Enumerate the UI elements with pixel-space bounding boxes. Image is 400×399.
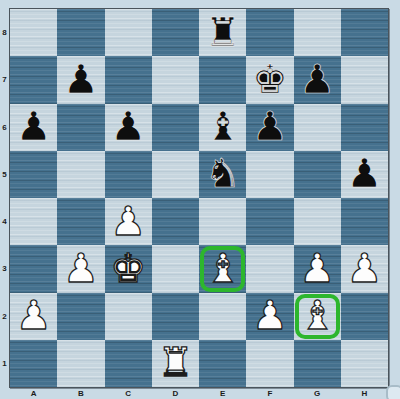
white-bishop[interactable]: ♝: [299, 295, 335, 335]
square-h8[interactable]: [341, 9, 388, 56]
square-a8[interactable]: [10, 9, 57, 56]
file-labels: ABCDEFGH: [10, 387, 388, 399]
white-pawn[interactable]: ♟: [252, 295, 288, 335]
square-b2[interactable]: [57, 293, 104, 340]
white-pawn[interactable]: ♟: [63, 248, 99, 288]
rank-label-2: 2: [0, 293, 9, 340]
square-g2[interactable]: ♝: [294, 293, 341, 340]
square-e8[interactable]: ♜: [199, 9, 246, 56]
white-pawn[interactable]: ♟: [346, 248, 382, 288]
square-g8[interactable]: [294, 9, 341, 56]
square-c8[interactable]: [105, 9, 152, 56]
rank-label-8: 8: [0, 9, 9, 56]
white-pawn[interactable]: ♟: [299, 248, 335, 288]
white-bishop[interactable]: ♝: [205, 248, 241, 288]
square-c5[interactable]: [105, 151, 152, 198]
square-f2[interactable]: ♟: [246, 293, 293, 340]
square-d5[interactable]: [152, 151, 199, 198]
square-d3[interactable]: [152, 245, 199, 292]
rank-label-1: 1: [0, 340, 9, 387]
square-h7[interactable]: [341, 56, 388, 103]
square-a2[interactable]: ♟: [10, 293, 57, 340]
square-f7[interactable]: ♚: [246, 56, 293, 103]
file-label-f: F: [246, 387, 293, 399]
square-c3[interactable]: ♚: [105, 245, 152, 292]
square-d6[interactable]: [152, 104, 199, 151]
square-f5[interactable]: [246, 151, 293, 198]
square-e6[interactable]: ♝: [199, 104, 246, 151]
black-pawn[interactable]: ♟: [252, 106, 288, 146]
square-h3[interactable]: ♟: [341, 245, 388, 292]
rank-labels: 87654321: [0, 9, 9, 387]
rank-label-6: 6: [0, 104, 9, 151]
square-b5[interactable]: [57, 151, 104, 198]
black-pawn[interactable]: ♟: [299, 59, 335, 99]
square-h1[interactable]: [341, 340, 388, 387]
file-label-e: E: [199, 387, 246, 399]
chess-board: ♜♟♚♟♟♟♝♟♞♟♟♟♚♝♟♟♟♟♝♜: [9, 8, 389, 388]
resize-grip[interactable]: [386, 385, 400, 399]
square-a3[interactable]: [10, 245, 57, 292]
square-e2[interactable]: [199, 293, 246, 340]
white-pawn[interactable]: ♟: [16, 295, 52, 335]
square-a4[interactable]: [10, 198, 57, 245]
square-e5[interactable]: ♞: [199, 151, 246, 198]
file-label-g: G: [294, 387, 341, 399]
square-g1[interactable]: [294, 340, 341, 387]
black-knight[interactable]: ♞: [205, 153, 241, 193]
square-a7[interactable]: [10, 56, 57, 103]
file-label-a: A: [10, 387, 57, 399]
square-d4[interactable]: [152, 198, 199, 245]
black-bishop[interactable]: ♝: [205, 106, 241, 146]
square-g6[interactable]: [294, 104, 341, 151]
square-h2[interactable]: [341, 293, 388, 340]
black-pawn[interactable]: ♟: [16, 106, 52, 146]
square-c4[interactable]: ♟: [105, 198, 152, 245]
square-c7[interactable]: [105, 56, 152, 103]
square-f8[interactable]: [246, 9, 293, 56]
square-e7[interactable]: [199, 56, 246, 103]
square-a6[interactable]: ♟: [10, 104, 57, 151]
square-b4[interactable]: [57, 198, 104, 245]
square-e4[interactable]: [199, 198, 246, 245]
square-a5[interactable]: [10, 151, 57, 198]
square-g4[interactable]: [294, 198, 341, 245]
square-f4[interactable]: [246, 198, 293, 245]
square-b3[interactable]: ♟: [57, 245, 104, 292]
rank-label-5: 5: [0, 151, 9, 198]
page: 87654321 ♜♟♚♟♟♟♝♟♞♟♟♟♚♝♟♟♟♟♝♜ ABCDEFGH: [0, 0, 400, 399]
square-d7[interactable]: [152, 56, 199, 103]
square-d2[interactable]: [152, 293, 199, 340]
square-e3[interactable]: ♝: [199, 245, 246, 292]
square-h4[interactable]: [341, 198, 388, 245]
square-c6[interactable]: ♟: [105, 104, 152, 151]
square-h6[interactable]: [341, 104, 388, 151]
square-f3[interactable]: [246, 245, 293, 292]
white-pawn[interactable]: ♟: [110, 201, 146, 241]
square-h5[interactable]: ♟: [341, 151, 388, 198]
square-c2[interactable]: [105, 293, 152, 340]
black-pawn[interactable]: ♟: [63, 59, 99, 99]
file-label-b: B: [57, 387, 104, 399]
square-a1[interactable]: [10, 340, 57, 387]
square-f1[interactable]: [246, 340, 293, 387]
square-b6[interactable]: [57, 104, 104, 151]
file-label-d: D: [152, 387, 199, 399]
black-rook[interactable]: ♜: [205, 12, 241, 52]
square-b8[interactable]: [57, 9, 104, 56]
rank-label-4: 4: [0, 198, 9, 245]
black-king[interactable]: ♚: [252, 59, 288, 99]
file-label-c: C: [105, 387, 152, 399]
black-pawn[interactable]: ♟: [110, 106, 146, 146]
square-b7[interactable]: ♟: [57, 56, 104, 103]
rank-label-3: 3: [0, 245, 9, 292]
square-g7[interactable]: ♟: [294, 56, 341, 103]
rank-label-7: 7: [0, 56, 9, 103]
square-b1[interactable]: [57, 340, 104, 387]
square-g5[interactable]: [294, 151, 341, 198]
square-d1[interactable]: ♜: [152, 340, 199, 387]
square-c1[interactable]: [105, 340, 152, 387]
square-e1[interactable]: [199, 340, 246, 387]
white-king[interactable]: ♚: [110, 248, 146, 288]
file-label-h: H: [341, 387, 388, 399]
black-pawn[interactable]: ♟: [346, 153, 382, 193]
white-rook[interactable]: ♜: [157, 342, 193, 382]
square-g3[interactable]: ♟: [294, 245, 341, 292]
square-d8[interactable]: [152, 9, 199, 56]
square-f6[interactable]: ♟: [246, 104, 293, 151]
